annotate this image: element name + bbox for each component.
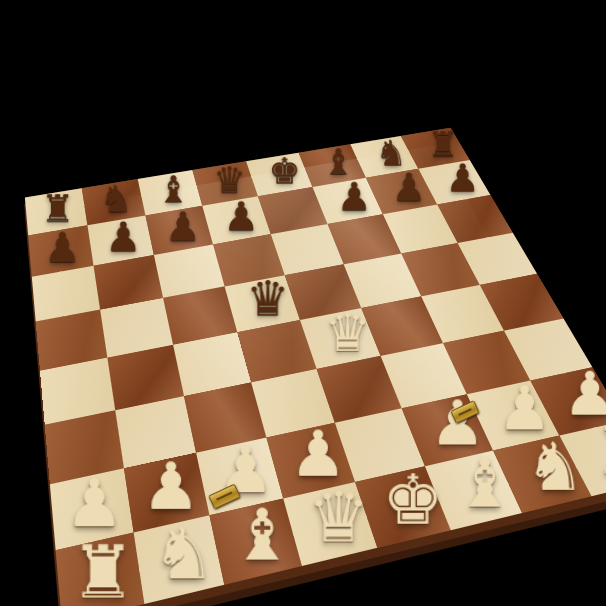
photo-stage: ♜♞♝♛♚♝♞♜♟♟♟♟♟♟♟♛♛♟♟♟♟♟♟♟♜♞♝♛♚♝♞♜ [0,0,606,606]
piece-glyph: ♚ [382,466,444,535]
piece-glyph: ♜ [594,418,606,484]
piece-glyph: ♟ [337,178,372,217]
piece-glyph: ♜ [70,536,135,606]
piece-glyph: ♚ [268,153,300,189]
clasp-slot [217,492,233,501]
square-d5[interactable]: ♛ [225,275,300,332]
piece-glyph: ♛ [307,483,370,553]
clasp-slot [458,408,472,416]
piece-glyph: ♝ [454,449,515,517]
piece-glyph: ♛ [324,307,371,359]
piece-glyph: ♞ [525,434,585,501]
piece-glyph: ♟ [44,227,81,268]
piece-glyph: ♟ [142,454,200,519]
piece-glyph: ♞ [152,518,216,590]
piece-glyph: ♜ [41,191,75,228]
square-c1[interactable]: ♝ [209,498,301,584]
piece-glyph: ♝ [231,500,294,571]
piece-glyph: ♟ [392,168,427,207]
chess-scene: ♜♞♝♛♚♝♞♜♟♟♟♟♟♟♟♛♛♟♟♟♟♟♟♟♜♞♝♛♚♝♞♜ [0,0,606,606]
board-grid: ♜♞♝♛♚♝♞♜♟♟♟♟♟♟♟♛♛♟♟♟♟♟♟♟♜♞♝♛♚♝♞♜ [25,128,606,606]
chess-board: ♜♞♝♛♚♝♞♜♟♟♟♟♟♟♟♛♛♟♟♟♟♟♟♟♜♞♝♛♚♝♞♜ [25,128,606,606]
piece-glyph: ♟ [65,471,124,537]
piece-glyph: ♛ [246,275,289,323]
square-a7[interactable]: ♟ [28,225,93,276]
piece-glyph: ♟ [105,217,142,258]
square-b1[interactable]: ♞ [134,515,225,604]
square-b7[interactable]: ♟ [87,215,153,265]
piece-glyph: ♟ [165,207,201,247]
piece-glyph: ♟ [446,159,480,197]
square-h4[interactable] [480,274,564,331]
piece-glyph: ♟ [223,197,259,237]
